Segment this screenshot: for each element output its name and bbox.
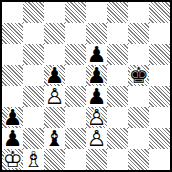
- square-g7[interactable]: [128, 23, 149, 44]
- square-d8[interactable]: [65, 2, 86, 23]
- piece-halo: ♚: [2, 149, 23, 170]
- square-d4[interactable]: [65, 86, 86, 107]
- piece-halo: ♟: [44, 86, 65, 107]
- square-b8[interactable]: [23, 2, 44, 23]
- square-f8[interactable]: [107, 2, 128, 23]
- piece-halo: ♝: [23, 149, 44, 170]
- piece-halo: ♟: [2, 128, 23, 149]
- square-a4[interactable]: [2, 86, 23, 107]
- square-h1[interactable]: [149, 149, 170, 170]
- piece-halo: ♚: [128, 65, 149, 86]
- square-h7[interactable]: [149, 23, 170, 44]
- square-g8[interactable]: [128, 2, 149, 23]
- square-a2[interactable]: ♟♟: [2, 128, 23, 149]
- square-g3[interactable]: [128, 107, 149, 128]
- piece-halo: ♟: [86, 128, 107, 149]
- square-h2[interactable]: [149, 128, 170, 149]
- black-king-g5: ♚: [128, 65, 149, 86]
- white-king-a1: ♔: [2, 149, 23, 170]
- square-c5[interactable]: ♟♟: [44, 65, 65, 86]
- square-e6[interactable]: ♟♟: [86, 44, 107, 65]
- square-g6[interactable]: [128, 44, 149, 65]
- square-h6[interactable]: [149, 44, 170, 65]
- square-d3[interactable]: [65, 107, 86, 128]
- square-f2[interactable]: [107, 128, 128, 149]
- square-f4[interactable]: [107, 86, 128, 107]
- square-f6[interactable]: [107, 44, 128, 65]
- white-bishop-b1: ♗: [23, 149, 44, 170]
- square-g5[interactable]: ♚♚: [128, 65, 149, 86]
- square-e8[interactable]: [86, 2, 107, 23]
- square-e4[interactable]: ♟♟: [86, 86, 107, 107]
- square-h5[interactable]: [149, 65, 170, 86]
- square-b2[interactable]: [23, 128, 44, 149]
- piece-halo: ♟: [44, 65, 65, 86]
- square-h4[interactable]: [149, 86, 170, 107]
- square-b1[interactable]: ♝♗: [23, 149, 44, 170]
- black-bishop-c2: ♝: [44, 128, 65, 149]
- square-c3[interactable]: [44, 107, 65, 128]
- chess-board: ♟♟♟♟♟♟♚♚♟♙♟♟♟♟♟♙♟♟♝♝♟♙♚♔♝♗: [0, 0, 172, 172]
- square-b7[interactable]: [23, 23, 44, 44]
- square-f3[interactable]: [107, 107, 128, 128]
- square-c8[interactable]: [44, 2, 65, 23]
- square-c2[interactable]: ♝♝: [44, 128, 65, 149]
- square-e3[interactable]: ♟♙: [86, 107, 107, 128]
- square-d7[interactable]: [65, 23, 86, 44]
- black-pawn-e4: ♟: [86, 86, 107, 107]
- piece-halo: ♟: [86, 86, 107, 107]
- square-c6[interactable]: [44, 44, 65, 65]
- black-pawn-e5: ♟: [86, 65, 107, 86]
- square-f5[interactable]: [107, 65, 128, 86]
- black-pawn-e6: ♟: [86, 44, 107, 65]
- square-e5[interactable]: ♟♟: [86, 65, 107, 86]
- piece-halo: ♟: [86, 65, 107, 86]
- square-b6[interactable]: [23, 44, 44, 65]
- square-f7[interactable]: [107, 23, 128, 44]
- square-e1[interactable]: [86, 149, 107, 170]
- piece-halo: ♝: [44, 128, 65, 149]
- white-pawn-e2: ♙: [86, 128, 107, 149]
- black-pawn-a2: ♟: [2, 128, 23, 149]
- square-d1[interactable]: [65, 149, 86, 170]
- square-a3[interactable]: ♟♟: [2, 107, 23, 128]
- square-g4[interactable]: [128, 86, 149, 107]
- square-c1[interactable]: [44, 149, 65, 170]
- square-f1[interactable]: [107, 149, 128, 170]
- square-b3[interactable]: [23, 107, 44, 128]
- square-h8[interactable]: [149, 2, 170, 23]
- square-c4[interactable]: ♟♙: [44, 86, 65, 107]
- piece-halo: ♟: [86, 107, 107, 128]
- black-pawn-c5: ♟: [44, 65, 65, 86]
- square-h3[interactable]: [149, 107, 170, 128]
- square-a8[interactable]: [2, 2, 23, 23]
- square-d6[interactable]: [65, 44, 86, 65]
- black-pawn-a3: ♟: [2, 107, 23, 128]
- square-d5[interactable]: [65, 65, 86, 86]
- piece-halo: ♟: [2, 107, 23, 128]
- square-b4[interactable]: [23, 86, 44, 107]
- square-a1[interactable]: ♚♔: [2, 149, 23, 170]
- square-a6[interactable]: [2, 44, 23, 65]
- white-pawn-c4: ♙: [44, 86, 65, 107]
- square-g1[interactable]: [128, 149, 149, 170]
- square-c7[interactable]: [44, 23, 65, 44]
- square-d2[interactable]: [65, 128, 86, 149]
- square-b5[interactable]: [23, 65, 44, 86]
- square-e7[interactable]: [86, 23, 107, 44]
- square-e2[interactable]: ♟♙: [86, 128, 107, 149]
- piece-halo: ♟: [86, 44, 107, 65]
- square-a7[interactable]: [2, 23, 23, 44]
- square-a5[interactable]: [2, 65, 23, 86]
- white-pawn-e3: ♙: [86, 107, 107, 128]
- square-g2[interactable]: [128, 128, 149, 149]
